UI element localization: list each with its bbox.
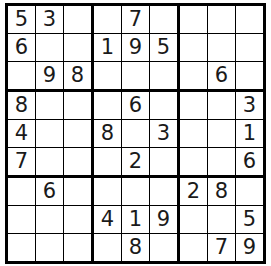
- cell-r5c6[interactable]: 3: [150, 120, 177, 147]
- cell-r4c8[interactable]: [208, 92, 235, 119]
- cell-r4c6[interactable]: [150, 92, 177, 119]
- cell-r8c5[interactable]: 1: [122, 206, 149, 233]
- cell-r9c7[interactable]: [180, 234, 207, 261]
- cell-r7c3[interactable]: [64, 178, 91, 205]
- cell-r1c2[interactable]: 3: [36, 6, 63, 33]
- cell-r3c6[interactable]: [150, 62, 177, 89]
- cell-r3c9[interactable]: [236, 62, 263, 89]
- cell-r6c5[interactable]: 2: [122, 148, 149, 175]
- cell-r7c2[interactable]: 6: [36, 178, 63, 205]
- cell-r1c5[interactable]: 7: [122, 6, 149, 33]
- cell-r1c1[interactable]: 5: [8, 6, 35, 33]
- cell-r5c5[interactable]: [122, 120, 149, 147]
- cell-r3c5[interactable]: [122, 62, 149, 89]
- cell-r5c9[interactable]: 1: [236, 120, 263, 147]
- cell-r9c4[interactable]: [94, 234, 121, 261]
- sudoku-box-2: 7195: [94, 6, 177, 89]
- cell-r4c9[interactable]: 3: [236, 92, 263, 119]
- cell-r1c3[interactable]: [64, 6, 91, 33]
- sudoku-box-6: 316: [180, 92, 263, 175]
- cell-r7c5[interactable]: [122, 178, 149, 205]
- cell-r6c8[interactable]: [208, 148, 235, 175]
- cell-r2c1[interactable]: 6: [8, 34, 35, 61]
- cell-r8c3[interactable]: [64, 206, 91, 233]
- cell-r8c8[interactable]: [208, 206, 235, 233]
- cell-r8c7[interactable]: [180, 206, 207, 233]
- cell-r8c4[interactable]: 4: [94, 206, 121, 233]
- cell-r3c8[interactable]: 6: [208, 62, 235, 89]
- cell-r5c4[interactable]: 8: [94, 120, 121, 147]
- cell-r8c9[interactable]: 5: [236, 206, 263, 233]
- cell-r9c1[interactable]: [8, 234, 35, 261]
- cell-r2c7[interactable]: [180, 34, 207, 61]
- cell-r1c8[interactable]: [208, 6, 235, 33]
- cell-r3c4[interactable]: [94, 62, 121, 89]
- sudoku-box-3: 6: [180, 6, 263, 89]
- cell-r2c4[interactable]: 1: [94, 34, 121, 61]
- cell-r6c3[interactable]: [64, 148, 91, 175]
- sudoku-box-5: 6832: [94, 92, 177, 175]
- sudoku-box-9: 28579: [180, 178, 263, 261]
- cell-r8c2[interactable]: [36, 206, 63, 233]
- cell-r6c2[interactable]: [36, 148, 63, 175]
- cell-r1c6[interactable]: [150, 6, 177, 33]
- cell-r5c7[interactable]: [180, 120, 207, 147]
- cell-r6c1[interactable]: 7: [8, 148, 35, 175]
- cell-r2c6[interactable]: 5: [150, 34, 177, 61]
- cell-r9c3[interactable]: [64, 234, 91, 261]
- sudoku-box-7: 6: [8, 178, 91, 261]
- cell-r7c4[interactable]: [94, 178, 121, 205]
- cell-r4c4[interactable]: [94, 92, 121, 119]
- cell-r3c2[interactable]: 9: [36, 62, 63, 89]
- cell-r9c2[interactable]: [36, 234, 63, 261]
- cell-r9c8[interactable]: 7: [208, 234, 235, 261]
- cell-r7c9[interactable]: [236, 178, 263, 205]
- cell-r3c3[interactable]: 8: [64, 62, 91, 89]
- cell-r3c1[interactable]: [8, 62, 35, 89]
- cell-r6c4[interactable]: [94, 148, 121, 175]
- sudoku-board: 536987195684768323166419828579: [5, 3, 266, 264]
- cell-r5c2[interactable]: [36, 120, 63, 147]
- cell-r6c9[interactable]: 6: [236, 148, 263, 175]
- cell-r5c3[interactable]: [64, 120, 91, 147]
- cell-r6c6[interactable]: [150, 148, 177, 175]
- sudoku-box-4: 847: [8, 92, 91, 175]
- cell-r7c8[interactable]: 8: [208, 178, 235, 205]
- cell-r4c5[interactable]: 6: [122, 92, 149, 119]
- cell-r4c7[interactable]: [180, 92, 207, 119]
- cell-r4c1[interactable]: 8: [8, 92, 35, 119]
- cell-r8c6[interactable]: 9: [150, 206, 177, 233]
- cell-r2c3[interactable]: [64, 34, 91, 61]
- cell-r7c7[interactable]: 2: [180, 178, 207, 205]
- cell-r2c5[interactable]: 9: [122, 34, 149, 61]
- cell-r1c9[interactable]: [236, 6, 263, 33]
- cell-r4c2[interactable]: [36, 92, 63, 119]
- cell-r3c7[interactable]: [180, 62, 207, 89]
- cell-r8c1[interactable]: [8, 206, 35, 233]
- cell-r1c7[interactable]: [180, 6, 207, 33]
- cell-r7c6[interactable]: [150, 178, 177, 205]
- cell-r9c9[interactable]: 9: [236, 234, 263, 261]
- cell-r2c9[interactable]: [236, 34, 263, 61]
- cell-r5c1[interactable]: 4: [8, 120, 35, 147]
- cell-r9c5[interactable]: 8: [122, 234, 149, 261]
- cell-r7c1[interactable]: [8, 178, 35, 205]
- cell-r4c3[interactable]: [64, 92, 91, 119]
- cell-r2c2[interactable]: [36, 34, 63, 61]
- cell-r5c8[interactable]: [208, 120, 235, 147]
- cell-r6c7[interactable]: [180, 148, 207, 175]
- sudoku-box-8: 4198: [94, 178, 177, 261]
- sudoku-box-1: 53698: [8, 6, 91, 89]
- cell-r2c8[interactable]: [208, 34, 235, 61]
- cell-r9c6[interactable]: [150, 234, 177, 261]
- cell-r1c4[interactable]: [94, 6, 121, 33]
